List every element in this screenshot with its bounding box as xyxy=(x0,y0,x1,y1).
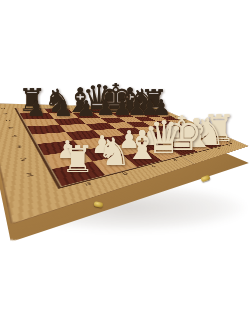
rank-label-1: 1 xyxy=(25,173,41,194)
file-label-c: c xyxy=(66,107,87,108)
brass-clasp-right xyxy=(200,175,210,183)
product-photo: abcdefgh abcdefgh 87654321 87654321 ♜♞♝♛… xyxy=(0,0,250,311)
file-label-h: h xyxy=(223,144,235,148)
file-label-d: d xyxy=(86,108,105,109)
file-label-b: b xyxy=(43,107,67,108)
file-label-h: h xyxy=(143,109,155,110)
